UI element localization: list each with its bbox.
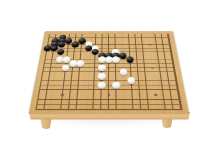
white-stone[interactable]	[120, 68, 128, 75]
board-wrap	[38, 0, 180, 139]
black-stone[interactable]	[126, 56, 134, 62]
black-stone[interactable]	[58, 41, 66, 47]
black-stone[interactable]	[71, 41, 79, 47]
white-stone[interactable]	[98, 64, 106, 71]
hoshi-point	[108, 67, 110, 68]
hoshi-point	[61, 93, 64, 95]
hoshi-point	[154, 93, 157, 95]
hoshi-point	[148, 44, 150, 45]
hoshi-point	[108, 44, 110, 45]
go-board[interactable]	[29, 31, 189, 113]
hoshi-point	[151, 67, 154, 68]
white-stone[interactable]	[113, 81, 121, 88]
white-stone[interactable]	[97, 81, 105, 88]
white-stone[interactable]	[76, 60, 84, 66]
white-stone[interactable]	[112, 56, 120, 62]
hoshi-point	[108, 93, 111, 95]
white-stone[interactable]	[127, 77, 135, 84]
white-stone[interactable]	[98, 72, 106, 79]
goban-photo	[0, 0, 214, 156]
hoshi-point	[67, 44, 69, 45]
